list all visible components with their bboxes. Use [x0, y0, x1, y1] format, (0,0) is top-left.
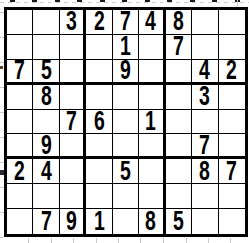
- cell-r9c1[interactable]: [7, 209, 33, 234]
- cell-r2c4[interactable]: [86, 35, 112, 60]
- cell-digit: 7: [41, 209, 52, 234]
- cell-r2c3[interactable]: [60, 35, 86, 60]
- cell-r8c4[interactable]: [86, 184, 112, 209]
- cell-r8c1[interactable]: [7, 184, 33, 209]
- cell-r9c7[interactable]: 5: [166, 209, 192, 234]
- cell-r7c8[interactable]: 8: [192, 159, 218, 184]
- cell-r9c3[interactable]: 9: [60, 209, 86, 234]
- cell-r4c7[interactable]: [166, 85, 192, 110]
- cell-r8c9[interactable]: [219, 184, 245, 209]
- cell-r1c7[interactable]: 8: [166, 10, 192, 35]
- cell-digit: 7: [199, 134, 210, 158]
- cell-r4c9[interactable]: [219, 85, 245, 110]
- cell-r1c9[interactable]: [219, 10, 245, 35]
- spreadsheet-gridline-artifact: [55, 0, 60, 2]
- cell-digit: 7: [14, 60, 25, 84]
- spreadsheet-gridline-artifact: [100, 0, 105, 2]
- cell-r1c5[interactable]: 7: [113, 10, 139, 35]
- cell-r8c8[interactable]: [192, 184, 218, 209]
- spreadsheet-gridline-artifact: [0, 66, 3, 69]
- cell-r6c3[interactable]: [60, 134, 86, 159]
- cell-r2c5[interactable]: 1: [113, 35, 139, 60]
- spreadsheet-gridline-artifact: [28, 238, 29, 243]
- spreadsheet-gridline-artifact: [145, 0, 150, 2]
- cell-digit: 8: [146, 209, 157, 234]
- cell-r3c6[interactable]: [139, 60, 165, 85]
- cell-digit: 6: [94, 110, 105, 135]
- cell-r5c4[interactable]: 6: [86, 110, 112, 135]
- cell-digit: 2: [226, 60, 237, 84]
- spreadsheet-gridline-artifact: [77, 0, 82, 2]
- cell-r7c5[interactable]: 5: [113, 159, 139, 184]
- cell-r7c2[interactable]: 4: [33, 159, 59, 184]
- cell-r3c8[interactable]: 4: [192, 60, 218, 85]
- cell-digit: 7: [226, 159, 237, 184]
- cell-r8c6[interactable]: [139, 184, 165, 209]
- cell-r5c8[interactable]: [192, 110, 218, 135]
- cell-r8c3[interactable]: [60, 184, 86, 209]
- cell-r3c9[interactable]: 2: [219, 60, 245, 85]
- spreadsheet-gridline-artifact: [237, 0, 238, 6]
- spreadsheet-gridline-artifact: [230, 238, 231, 243]
- cell-r9c4[interactable]: 1: [86, 209, 112, 234]
- spreadsheet-gridline-artifact: [10, 0, 15, 2]
- cell-r3c2[interactable]: 5: [33, 60, 59, 85]
- cell-r5c6[interactable]: 1: [139, 110, 165, 135]
- cell-digit: 9: [41, 134, 52, 158]
- spreadsheet-gridline-artifact: [212, 0, 217, 2]
- cell-r6c4[interactable]: [86, 134, 112, 159]
- cell-r5c1[interactable]: [7, 110, 33, 135]
- cell-digit: 8: [173, 10, 184, 35]
- cell-r4c4[interactable]: [86, 85, 112, 110]
- cell-digit: 7: [173, 35, 184, 60]
- cell-r8c7[interactable]: [166, 184, 192, 209]
- cell-r4c3[interactable]: [60, 85, 86, 110]
- cell-r9c5[interactable]: [113, 209, 139, 234]
- cell-r6c1[interactable]: [7, 134, 33, 159]
- cell-r2c9[interactable]: [219, 35, 245, 60]
- cell-digit: 4: [146, 10, 157, 35]
- cell-r7c9[interactable]: 7: [219, 159, 245, 184]
- cell-digit: 1: [120, 35, 131, 60]
- cell-r3c1[interactable]: 7: [7, 60, 33, 85]
- cell-r7c1[interactable]: 2: [7, 159, 33, 184]
- cell-digit: 8: [199, 159, 210, 184]
- cell-r6c9[interactable]: [219, 134, 245, 159]
- spreadsheet-gridline-artifact: [186, 238, 187, 243]
- cell-digit: 5: [173, 209, 184, 234]
- spreadsheet-gridline-artifact: [96, 238, 97, 243]
- cell-r6c8[interactable]: 7: [192, 134, 218, 159]
- cell-r4c8[interactable]: 3: [192, 85, 218, 110]
- cell-r9c2[interactable]: 7: [33, 209, 59, 234]
- cell-r6c6[interactable]: [139, 134, 165, 159]
- cell-r8c5[interactable]: [113, 184, 139, 209]
- cell-digit: 9: [120, 60, 131, 84]
- cell-r6c2[interactable]: 9: [33, 134, 59, 159]
- cell-r4c1[interactable]: [7, 85, 33, 110]
- spreadsheet-gridline-artifact: [140, 238, 141, 243]
- cell-digit: 1: [94, 209, 105, 234]
- cell-r1c6[interactable]: 4: [139, 10, 165, 35]
- cell-r3c5[interactable]: 9: [113, 60, 139, 85]
- cell-r6c7[interactable]: [166, 134, 192, 159]
- cell-r1c3[interactable]: 3: [60, 10, 86, 35]
- spreadsheet-gridline-artifact: [167, 0, 172, 2]
- cell-r7c3[interactable]: [60, 159, 86, 184]
- cell-digit: 3: [199, 85, 210, 110]
- cell-digit: 3: [66, 10, 77, 35]
- cell-r1c1[interactable]: [7, 10, 33, 35]
- cell-r4c6[interactable]: [139, 85, 165, 110]
- sudoku-screenshot: 32748177594283761972458779185: [0, 0, 249, 243]
- cell-r6c5[interactable]: [113, 134, 139, 159]
- cell-r2c8[interactable]: [192, 35, 218, 60]
- spreadsheet-gridline-artifact: [190, 0, 195, 2]
- cell-digit: 8: [41, 85, 52, 110]
- cell-r9c8[interactable]: [192, 209, 218, 234]
- cell-r5c3[interactable]: 7: [60, 110, 86, 135]
- cell-r5c2[interactable]: [33, 110, 59, 135]
- cell-r4c2[interactable]: 8: [33, 85, 59, 110]
- cell-r9c6[interactable]: 8: [139, 209, 165, 234]
- cell-digit: 5: [120, 159, 131, 184]
- cell-digit: 9: [66, 209, 77, 234]
- spreadsheet-gridline-artifact: [51, 238, 52, 243]
- cell-r5c7[interactable]: [166, 110, 192, 135]
- cell-r3c7[interactable]: [166, 60, 192, 85]
- cell-digit: 4: [199, 60, 210, 84]
- cell-r2c2[interactable]: [33, 35, 59, 60]
- cell-r3c4[interactable]: [86, 60, 112, 85]
- cell-r5c9[interactable]: [219, 110, 245, 135]
- cell-r7c6[interactable]: [139, 159, 165, 184]
- spreadsheet-gridline-artifact: [73, 238, 74, 243]
- cell-digit: 2: [14, 159, 25, 184]
- cell-r1c2[interactable]: [33, 10, 59, 35]
- spreadsheet-gridline-artifact: [163, 238, 164, 243]
- cell-digit: 2: [94, 10, 105, 35]
- cell-r2c6[interactable]: [139, 35, 165, 60]
- cell-r2c7[interactable]: 7: [166, 35, 192, 60]
- cell-r1c4[interactable]: 2: [86, 10, 112, 35]
- cell-r8c2[interactable]: [33, 184, 59, 209]
- spreadsheet-gridline-artifact: [122, 0, 127, 2]
- cell-r1c8[interactable]: [192, 10, 218, 35]
- spreadsheet-gridline-artifact: [208, 238, 209, 243]
- cell-r3c3[interactable]: [60, 60, 86, 85]
- cell-digit: 1: [146, 110, 157, 135]
- cell-digit: 7: [120, 10, 131, 35]
- cell-r2c1[interactable]: [7, 35, 33, 60]
- spreadsheet-gridline-artifact: [118, 238, 119, 243]
- cell-r9c9[interactable]: [219, 209, 245, 234]
- spreadsheet-gridline-artifact: [0, 237, 4, 238]
- cell-r7c7[interactable]: [166, 159, 192, 184]
- cell-digit: 7: [66, 110, 77, 135]
- cell-r4c5[interactable]: [113, 85, 139, 110]
- cell-digit: 4: [41, 159, 52, 184]
- cell-digit: 5: [41, 60, 52, 84]
- spreadsheet-gridline-artifact: [32, 0, 37, 2]
- sudoku-board: 32748177594283761972458779185: [4, 7, 248, 237]
- cell-r7c4[interactable]: [86, 159, 112, 184]
- spreadsheet-gridline-artifact: [0, 2, 249, 3]
- cell-r5c5[interactable]: [113, 110, 139, 135]
